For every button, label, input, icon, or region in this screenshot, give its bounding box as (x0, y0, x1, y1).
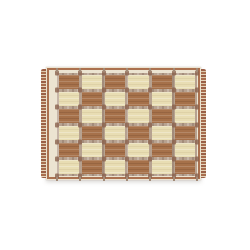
board-cell (175, 143, 195, 157)
board-cell (152, 75, 172, 89)
photo-background (0, 0, 250, 250)
board-cell (105, 143, 125, 157)
board-cell (59, 126, 79, 140)
checkerboard (57, 73, 197, 176)
board-cell (82, 109, 102, 123)
board-cell (59, 109, 79, 123)
board-cell (59, 92, 79, 106)
board-cell (105, 109, 125, 123)
board-cell (152, 143, 172, 157)
board-cell (175, 126, 195, 140)
board-cell (105, 92, 125, 106)
board-cell (175, 75, 195, 89)
board-cell (128, 143, 148, 157)
board-cell (152, 109, 172, 123)
board-cell (105, 126, 125, 140)
board-cell (128, 92, 148, 106)
board-cell (59, 75, 79, 89)
board-cell (152, 160, 172, 174)
board-cell (105, 160, 125, 174)
rug (46, 67, 201, 180)
board-cell (59, 143, 79, 157)
board-cell (59, 160, 79, 174)
board-cell (175, 92, 195, 106)
fringe-right (201, 69, 206, 178)
board-cell (175, 109, 195, 123)
board-cell (128, 109, 148, 123)
fringe-left (41, 69, 46, 178)
board-cell (82, 75, 102, 89)
board-cell (128, 160, 148, 174)
board-cell (82, 92, 102, 106)
board-cell (152, 126, 172, 140)
board-area (57, 73, 197, 176)
board-cell (82, 126, 102, 140)
board-cell (175, 160, 195, 174)
board-cell (152, 92, 172, 106)
board-cell (128, 126, 148, 140)
board-cell (82, 160, 102, 174)
board-cell (82, 143, 102, 157)
board-cell (128, 75, 148, 89)
board-cell (105, 75, 125, 89)
